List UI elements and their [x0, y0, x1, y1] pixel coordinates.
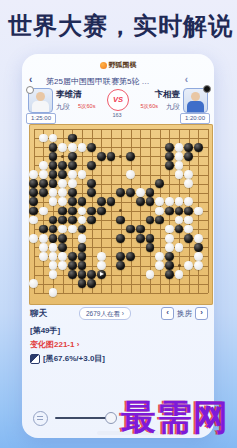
stone-white — [49, 288, 58, 297]
stone-black — [165, 252, 174, 261]
stone-black — [97, 152, 106, 161]
stone-white — [184, 225, 193, 234]
move-count-label: [第49手] — [30, 325, 60, 336]
stone-black — [78, 252, 87, 261]
stone-white — [29, 234, 38, 243]
stone-black — [116, 216, 125, 225]
stone-black — [68, 270, 77, 279]
stone-black — [116, 261, 125, 270]
stone-black — [184, 234, 193, 243]
collapse-icon[interactable]: ‹ — [185, 74, 188, 85]
stone-white — [78, 143, 87, 152]
stone-black — [107, 197, 116, 206]
stone-black — [39, 188, 48, 197]
stone-black — [155, 216, 164, 225]
stone-white — [39, 134, 48, 143]
move-number: 163 — [107, 112, 127, 118]
stone-black — [49, 170, 58, 179]
left-player-rank: 九段 — [56, 102, 70, 112]
stone-white — [165, 234, 174, 243]
stone-black — [58, 161, 67, 170]
stone-black — [68, 207, 77, 216]
stone-white — [58, 225, 67, 234]
stone-black — [136, 197, 145, 206]
room-switch-group: ‹ 换房 › — [161, 307, 208, 320]
stone-black — [87, 188, 96, 197]
stone-white — [184, 179, 193, 188]
stone-black — [68, 252, 77, 261]
stone-black — [126, 188, 135, 197]
stone-white — [39, 252, 48, 261]
go-board[interactable] — [29, 124, 213, 305]
hoshi-point — [61, 155, 64, 158]
stone-white — [175, 161, 184, 170]
grid-line — [150, 129, 151, 293]
phone-card: 野狐围棋 ‹ 第25届中国围甲联赛第5轮 … ‹ 1:25:00 李维清 九段 … — [22, 54, 214, 438]
stone-white — [136, 188, 145, 197]
stone-black — [146, 234, 155, 243]
stone-black — [165, 161, 174, 170]
stone-white — [175, 216, 184, 225]
evaluation-icon — [30, 354, 40, 364]
stone-black — [58, 170, 67, 179]
stone-black — [58, 207, 67, 216]
stone-black — [58, 216, 67, 225]
stone-white — [68, 170, 77, 179]
stone-white — [155, 207, 164, 216]
stone-white — [58, 197, 67, 206]
stone-white — [175, 170, 184, 179]
avatar-body-icon — [187, 101, 204, 112]
viewers-pill[interactable]: 2679人在看 › — [79, 307, 131, 320]
grid-line — [34, 284, 209, 285]
stone-black — [29, 188, 38, 197]
stone-white — [58, 143, 67, 152]
right-player-byoyomi: 5次60s — [141, 103, 158, 110]
stone-black — [68, 134, 77, 143]
stone-black — [116, 234, 125, 243]
nav-title: 第25届中国围甲联赛第5轮 … — [46, 76, 150, 87]
chat-row: 聊天 2679人在看 › ‹ 换房 › — [22, 307, 214, 321]
stone-white — [78, 207, 87, 216]
stone-black — [175, 225, 184, 234]
grid-line — [34, 293, 209, 294]
stone-white — [29, 216, 38, 225]
playback-menu-button[interactable] — [33, 411, 48, 426]
stone-black — [155, 179, 164, 188]
stone-black — [87, 207, 96, 216]
stone-white — [58, 252, 67, 261]
back-icon[interactable]: ‹ — [29, 74, 32, 85]
room-label: 换房 — [177, 309, 192, 319]
stone-white — [68, 179, 77, 188]
hoshi-point — [119, 209, 122, 212]
stone-black — [165, 143, 174, 152]
stone-white — [49, 188, 58, 197]
stone-white — [39, 207, 48, 216]
left-player-name: 李维清 — [56, 89, 82, 101]
stone-black — [29, 179, 38, 188]
stone-black — [175, 207, 184, 216]
stone-black — [68, 261, 77, 270]
hoshi-point — [178, 264, 181, 267]
stone-black — [29, 197, 38, 206]
headline: 世界大赛，实时解说 — [8, 10, 232, 42]
app-logo: 野狐围棋 — [22, 60, 214, 70]
menu-lines-icon — [37, 416, 43, 417]
nav-bar: ‹ 第25届中国围甲联赛第5轮 … ‹ — [22, 74, 214, 88]
stone-white — [78, 216, 87, 225]
stone-white — [175, 143, 184, 152]
stone-black — [58, 234, 67, 243]
stone-black — [68, 152, 77, 161]
hoshi-point — [119, 155, 122, 158]
last-move-marker-icon — [100, 272, 104, 276]
stone-white — [194, 261, 203, 270]
stone-black — [87, 143, 96, 152]
stone-white — [58, 261, 67, 270]
stone-black — [68, 197, 77, 206]
stone-black — [49, 234, 58, 243]
stone-black — [87, 279, 96, 288]
stone-black — [107, 152, 116, 161]
stone-black — [78, 197, 87, 206]
stone-white — [184, 197, 193, 206]
stone-black — [165, 270, 174, 279]
stone-black — [39, 225, 48, 234]
stone-black — [97, 197, 106, 206]
stone-black — [78, 261, 87, 270]
stone-black — [165, 207, 174, 216]
stone-black — [39, 179, 48, 188]
stone-white — [126, 170, 135, 179]
stone-black — [194, 143, 203, 152]
stone-black — [165, 261, 174, 270]
stone-black — [58, 243, 67, 252]
stone-black — [126, 225, 135, 234]
stone-black — [116, 188, 125, 197]
right-player-name: 卞相壹 — [155, 89, 181, 101]
evaluation-row: [黑67.6%/+3.0目] — [30, 353, 105, 364]
black-stone-badge — [203, 85, 211, 93]
stone-black — [97, 207, 106, 216]
stone-white — [165, 197, 174, 206]
grid-line — [140, 129, 141, 293]
stone-white — [184, 170, 193, 179]
stone-white — [78, 234, 87, 243]
stone-black — [184, 152, 193, 161]
stone-black — [165, 152, 174, 161]
grid-line — [208, 129, 209, 293]
stone-black — [97, 270, 106, 279]
stone-white — [29, 279, 38, 288]
stone-white — [146, 270, 155, 279]
stone-white — [49, 270, 58, 279]
stone-black — [146, 188, 155, 197]
avatar-face-icon — [36, 92, 45, 101]
stone-white — [39, 234, 48, 243]
avatar-body-icon — [32, 101, 49, 112]
watermark: 最需网 — [121, 394, 229, 441]
variation-link[interactable]: 变化图221-1 › — [30, 339, 79, 350]
stone-white — [97, 261, 106, 270]
stone-white — [39, 170, 48, 179]
stone-white — [39, 161, 48, 170]
stone-black — [49, 161, 58, 170]
stone-black — [136, 225, 145, 234]
screenshot-stage: 世界大赛，实时解说 野狐围棋 ‹ 第25届中国围甲联赛第5轮 … ‹ 1:25:… — [0, 0, 237, 448]
stone-black — [87, 216, 96, 225]
stone-white — [49, 243, 58, 252]
stone-black — [78, 225, 87, 234]
right-time-chip: 1:20:00 — [180, 113, 210, 124]
stone-black — [87, 161, 96, 170]
stone-black — [184, 143, 193, 152]
stone-white — [175, 197, 184, 206]
stone-black — [49, 152, 58, 161]
app-logo-icon — [100, 62, 107, 69]
stone-white — [194, 207, 203, 216]
stone-white — [49, 252, 58, 261]
stone-white — [78, 170, 87, 179]
stone-white — [184, 261, 193, 270]
chat-tab[interactable]: 聊天 — [30, 308, 47, 320]
stone-white — [49, 197, 58, 206]
room-prev-button[interactable]: ‹ — [161, 307, 174, 320]
stone-white — [49, 134, 58, 143]
left-player-byoyomi: 5次60s — [78, 103, 95, 110]
stone-black — [146, 243, 155, 252]
stone-black — [126, 152, 135, 161]
stone-white — [58, 179, 67, 188]
evaluation-text: [黑67.6%/+3.0目] — [43, 353, 105, 364]
stone-white — [68, 143, 77, 152]
stone-black — [87, 179, 96, 188]
progress-slider[interactable] — [55, 417, 111, 419]
stone-black — [126, 252, 135, 261]
stone-black — [194, 243, 203, 252]
right-player-rank: 九段 — [166, 102, 180, 112]
stone-white — [155, 261, 164, 270]
room-next-button[interactable]: › — [195, 307, 208, 320]
stone-white — [175, 270, 184, 279]
stone-black — [68, 161, 77, 170]
stone-white — [194, 234, 203, 243]
stone-black — [49, 143, 58, 152]
stone-white — [184, 216, 193, 225]
stone-white — [165, 243, 174, 252]
stone-black — [29, 207, 38, 216]
stone-black — [78, 279, 87, 288]
stone-white — [29, 170, 38, 179]
stone-white — [68, 225, 77, 234]
stone-black — [136, 234, 145, 243]
stone-black — [78, 270, 87, 279]
stone-white — [58, 188, 67, 197]
stone-white — [155, 252, 164, 261]
stone-black — [146, 216, 155, 225]
left-time-chip: 1:25:00 — [26, 113, 56, 124]
stone-white — [155, 197, 164, 206]
stone-black — [78, 243, 87, 252]
avatar-face-icon — [191, 92, 200, 101]
stone-white — [194, 252, 203, 261]
stone-white — [97, 252, 106, 261]
stone-white — [165, 225, 174, 234]
stone-white — [175, 152, 184, 161]
stone-black — [116, 252, 125, 261]
stone-black — [184, 207, 193, 216]
stone-white — [39, 243, 48, 252]
stone-black — [49, 225, 58, 234]
stone-white — [175, 243, 184, 252]
menu-lines-icon — [37, 419, 43, 420]
stone-black — [68, 216, 77, 225]
vs-badge: VS — [107, 89, 129, 111]
app-logo-text: 野狐围棋 — [109, 60, 137, 70]
stone-black — [146, 197, 155, 206]
slider-knob[interactable] — [105, 412, 117, 424]
white-stone-badge — [26, 86, 34, 94]
stone-black — [87, 270, 96, 279]
stone-black — [49, 179, 58, 188]
stone-black — [49, 216, 58, 225]
stone-white — [49, 261, 58, 270]
stone-black — [68, 188, 77, 197]
